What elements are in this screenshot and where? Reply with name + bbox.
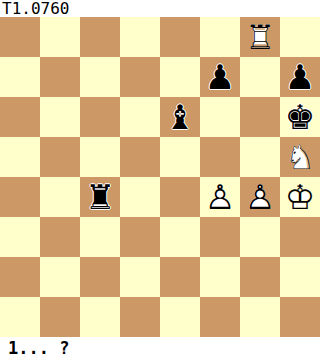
square-a7[interactable] — [0, 57, 40, 97]
square-c6[interactable] — [80, 97, 120, 137]
black-rook: ♜ — [80, 177, 120, 217]
square-b2[interactable] — [40, 257, 80, 297]
square-h4[interactable]: ♚♔ — [280, 177, 320, 217]
white-pawn: ♟♙ — [200, 177, 240, 217]
chess-board: ♜♖♟♟♝♚♞♘♜♟♙♟♙♚♔ — [0, 17, 320, 337]
white-pawn-outline-icon: ♙ — [240, 177, 280, 217]
square-g1[interactable] — [240, 297, 280, 337]
square-b7[interactable] — [40, 57, 80, 97]
white-knight-outline-icon: ♘ — [280, 137, 320, 177]
square-b5[interactable] — [40, 137, 80, 177]
square-f3[interactable] — [200, 217, 240, 257]
square-d3[interactable] — [120, 217, 160, 257]
square-f6[interactable] — [200, 97, 240, 137]
square-e4[interactable] — [160, 177, 200, 217]
black-bishop-icon: ♝ — [160, 97, 200, 137]
square-a8[interactable] — [0, 17, 40, 57]
square-c7[interactable] — [80, 57, 120, 97]
square-d7[interactable] — [120, 57, 160, 97]
black-pawn: ♟ — [280, 57, 320, 97]
white-king: ♚♔ — [280, 177, 320, 217]
square-e8[interactable] — [160, 17, 200, 57]
square-g3[interactable] — [240, 217, 280, 257]
square-c4[interactable]: ♜ — [80, 177, 120, 217]
white-king-outline-icon: ♔ — [280, 177, 320, 217]
square-d5[interactable] — [120, 137, 160, 177]
square-b8[interactable] — [40, 17, 80, 57]
square-g5[interactable] — [240, 137, 280, 177]
square-h7[interactable]: ♟ — [280, 57, 320, 97]
square-e7[interactable] — [160, 57, 200, 97]
square-c8[interactable] — [80, 17, 120, 57]
white-rook: ♜♖ — [240, 17, 280, 57]
square-g4[interactable]: ♟♙ — [240, 177, 280, 217]
square-a3[interactable] — [0, 217, 40, 257]
square-f7[interactable]: ♟ — [200, 57, 240, 97]
square-d2[interactable] — [120, 257, 160, 297]
square-h6[interactable]: ♚ — [280, 97, 320, 137]
black-pawn-icon: ♟ — [280, 57, 320, 97]
square-d1[interactable] — [120, 297, 160, 337]
white-knight: ♞♘ — [280, 137, 320, 177]
white-pawn: ♟♙ — [240, 177, 280, 217]
square-g8[interactable]: ♜♖ — [240, 17, 280, 57]
square-h5[interactable]: ♞♘ — [280, 137, 320, 177]
square-f1[interactable] — [200, 297, 240, 337]
square-b3[interactable] — [40, 217, 80, 257]
puzzle-id: T1.0760 — [0, 0, 320, 17]
black-bishop: ♝ — [160, 97, 200, 137]
square-a1[interactable] — [0, 297, 40, 337]
square-d4[interactable] — [120, 177, 160, 217]
square-d6[interactable] — [120, 97, 160, 137]
square-b6[interactable] — [40, 97, 80, 137]
square-e3[interactable] — [160, 217, 200, 257]
square-h2[interactable] — [280, 257, 320, 297]
square-a6[interactable] — [0, 97, 40, 137]
square-e1[interactable] — [160, 297, 200, 337]
square-g2[interactable] — [240, 257, 280, 297]
square-h8[interactable] — [280, 17, 320, 57]
square-e5[interactable] — [160, 137, 200, 177]
square-c3[interactable] — [80, 217, 120, 257]
move-prompt: 1... ? — [0, 337, 320, 360]
square-h3[interactable] — [280, 217, 320, 257]
square-b4[interactable] — [40, 177, 80, 217]
square-c1[interactable] — [80, 297, 120, 337]
white-pawn-outline-icon: ♙ — [200, 177, 240, 217]
black-pawn-icon: ♟ — [200, 57, 240, 97]
square-e6[interactable]: ♝ — [160, 97, 200, 137]
square-a2[interactable] — [0, 257, 40, 297]
square-d8[interactable] — [120, 17, 160, 57]
square-c2[interactable] — [80, 257, 120, 297]
square-f5[interactable] — [200, 137, 240, 177]
square-f4[interactable]: ♟♙ — [200, 177, 240, 217]
black-king-icon: ♚ — [280, 97, 320, 137]
square-f8[interactable] — [200, 17, 240, 57]
square-g6[interactable] — [240, 97, 280, 137]
black-rook-icon: ♜ — [80, 177, 120, 217]
square-a5[interactable] — [0, 137, 40, 177]
square-g7[interactable] — [240, 57, 280, 97]
square-a4[interactable] — [0, 177, 40, 217]
square-e2[interactable] — [160, 257, 200, 297]
black-king: ♚ — [280, 97, 320, 137]
white-rook-outline-icon: ♖ — [240, 17, 280, 57]
square-b1[interactable] — [40, 297, 80, 337]
square-f2[interactable] — [200, 257, 240, 297]
square-c5[interactable] — [80, 137, 120, 177]
square-h1[interactable] — [280, 297, 320, 337]
black-pawn: ♟ — [200, 57, 240, 97]
